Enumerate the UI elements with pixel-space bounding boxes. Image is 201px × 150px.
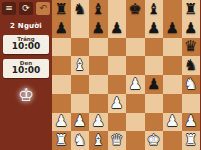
square-h1[interactable]: ♜ bbox=[182, 131, 201, 150]
square-c6[interactable] bbox=[89, 38, 108, 57]
refresh-button[interactable]: ⟳ bbox=[19, 2, 33, 15]
black-clock-time: 10:00 bbox=[3, 66, 49, 76]
square-d5[interactable] bbox=[108, 56, 127, 75]
piece-white-knight[interactable]: ♞ bbox=[184, 77, 197, 92]
square-e5[interactable] bbox=[126, 56, 145, 75]
piece-black-king[interactable]: ♚ bbox=[129, 2, 142, 17]
undo-icon: ↶ bbox=[39, 4, 47, 13]
square-a7[interactable]: ♟ bbox=[52, 19, 71, 38]
square-a5[interactable] bbox=[52, 56, 71, 75]
piece-white-queen[interactable]: ♛ bbox=[110, 133, 123, 148]
piece-white-pawn[interactable]: ♟ bbox=[184, 114, 197, 129]
square-f7[interactable]: ♟ bbox=[145, 19, 164, 38]
square-c1[interactable]: ♝ bbox=[89, 131, 108, 150]
hamburger-icon: ≡ bbox=[5, 4, 13, 13]
square-f2[interactable] bbox=[145, 113, 164, 132]
square-e1[interactable] bbox=[126, 131, 145, 150]
square-d6[interactable] bbox=[108, 38, 127, 57]
square-g2[interactable]: ♟ bbox=[163, 113, 182, 132]
square-f3[interactable] bbox=[145, 94, 164, 113]
sidebar: ≡ ⟳ ↶ 2 Người Trắng 10:00 Đen 10:00 ♔ bbox=[0, 0, 52, 150]
piece-black-knight[interactable]: ♞ bbox=[73, 2, 86, 17]
square-h3[interactable] bbox=[182, 94, 201, 113]
square-f1[interactable]: ♚ bbox=[145, 131, 164, 150]
square-g4[interactable] bbox=[163, 75, 182, 94]
square-d8[interactable] bbox=[108, 0, 127, 19]
game-mode-label: 2 Người bbox=[0, 22, 52, 30]
piece-black-bishop[interactable]: ♝ bbox=[147, 2, 160, 17]
piece-black-queen[interactable]: ♛ bbox=[184, 39, 197, 54]
square-h6[interactable]: ♛ bbox=[182, 38, 201, 57]
piece-black-knight[interactable]: ♞ bbox=[184, 58, 197, 73]
piece-white-pawn[interactable]: ♟ bbox=[110, 96, 123, 111]
square-d7[interactable]: ♟ bbox=[108, 19, 127, 38]
square-b4[interactable] bbox=[71, 75, 90, 94]
square-b1[interactable]: ♞ bbox=[71, 131, 90, 150]
piece-black-pawn[interactable]: ♟ bbox=[166, 21, 179, 36]
square-h8[interactable]: ♜ bbox=[182, 0, 201, 19]
square-h4[interactable]: ♞ bbox=[182, 75, 201, 94]
piece-white-bishop[interactable]: ♝ bbox=[73, 58, 86, 73]
square-g8[interactable] bbox=[163, 0, 182, 19]
square-c3[interactable] bbox=[89, 94, 108, 113]
square-b3[interactable] bbox=[71, 94, 90, 113]
piece-white-bishop[interactable]: ♝ bbox=[92, 133, 105, 148]
menu-button[interactable]: ≡ bbox=[2, 2, 16, 15]
piece-white-rook[interactable]: ♜ bbox=[184, 133, 197, 148]
square-e2[interactable] bbox=[126, 113, 145, 132]
square-g6[interactable] bbox=[163, 38, 182, 57]
square-c4[interactable] bbox=[89, 75, 108, 94]
square-b2[interactable]: ♟ bbox=[71, 113, 90, 132]
turn-indicator-king-icon: ♔ bbox=[0, 86, 52, 104]
square-b6[interactable] bbox=[71, 38, 90, 57]
square-f4[interactable]: ♟ bbox=[145, 75, 164, 94]
chess-board: ♜♞♝♚♝♜♟♟♟♟♟♟♛♝♞♟♟♞♟♟♟♟♟♟♜♞♝♛♚♜ bbox=[52, 0, 200, 150]
square-g1[interactable] bbox=[163, 131, 182, 150]
piece-black-pawn[interactable]: ♟ bbox=[92, 21, 105, 36]
square-e8[interactable]: ♚ bbox=[126, 0, 145, 19]
piece-black-pawn[interactable]: ♟ bbox=[55, 21, 68, 36]
square-a3[interactable] bbox=[52, 94, 71, 113]
square-a4[interactable] bbox=[52, 75, 71, 94]
square-f8[interactable]: ♝ bbox=[145, 0, 164, 19]
square-g5[interactable] bbox=[163, 56, 182, 75]
square-g3[interactable] bbox=[163, 94, 182, 113]
piece-white-king[interactable]: ♚ bbox=[147, 133, 160, 148]
piece-white-pawn[interactable]: ♟ bbox=[166, 114, 179, 129]
square-f5[interactable] bbox=[145, 56, 164, 75]
square-h5[interactable]: ♞ bbox=[182, 56, 201, 75]
piece-black-rook[interactable]: ♜ bbox=[55, 2, 68, 17]
piece-black-pawn[interactable]: ♟ bbox=[147, 77, 160, 92]
square-d3[interactable]: ♟ bbox=[108, 94, 127, 113]
white-clock-time: 10:00 bbox=[3, 42, 49, 52]
square-e4[interactable]: ♟ bbox=[126, 75, 145, 94]
square-c7[interactable]: ♟ bbox=[89, 19, 108, 38]
undo-button[interactable]: ↶ bbox=[36, 2, 50, 15]
square-f6[interactable] bbox=[145, 38, 164, 57]
black-clock: Đen 10:00 bbox=[3, 59, 49, 78]
refresh-icon: ⟳ bbox=[22, 4, 30, 13]
square-a1[interactable]: ♜ bbox=[52, 131, 71, 150]
square-a8[interactable]: ♜ bbox=[52, 0, 71, 19]
piece-black-rook[interactable]: ♜ bbox=[184, 2, 197, 17]
square-e7[interactable] bbox=[126, 19, 145, 38]
piece-white-pawn[interactable]: ♟ bbox=[55, 114, 68, 129]
square-c5[interactable] bbox=[89, 56, 108, 75]
piece-white-pawn[interactable]: ♟ bbox=[73, 114, 86, 129]
piece-black-pawn[interactable]: ♟ bbox=[110, 21, 123, 36]
square-a2[interactable]: ♟ bbox=[52, 113, 71, 132]
piece-white-knight[interactable]: ♞ bbox=[73, 133, 86, 148]
square-d1[interactable]: ♛ bbox=[108, 131, 127, 150]
square-d2[interactable] bbox=[108, 113, 127, 132]
piece-black-pawn[interactable]: ♟ bbox=[147, 21, 160, 36]
piece-white-pawn[interactable]: ♟ bbox=[92, 114, 105, 129]
square-h7[interactable]: ♟ bbox=[182, 19, 201, 38]
square-h2[interactable]: ♟ bbox=[182, 113, 201, 132]
square-b8[interactable]: ♞ bbox=[71, 0, 90, 19]
square-a6[interactable] bbox=[52, 38, 71, 57]
piece-black-pawn[interactable]: ♟ bbox=[184, 21, 197, 36]
piece-white-pawn[interactable]: ♟ bbox=[129, 77, 142, 92]
toolbar: ≡ ⟳ ↶ bbox=[0, 0, 52, 15]
piece-white-rook[interactable]: ♜ bbox=[55, 133, 68, 148]
square-g7[interactable]: ♟ bbox=[163, 19, 182, 38]
piece-black-bishop[interactable]: ♝ bbox=[92, 2, 105, 17]
square-c8[interactable]: ♝ bbox=[89, 0, 108, 19]
square-c2[interactable]: ♟ bbox=[89, 113, 108, 132]
white-clock: Trắng 10:00 bbox=[3, 35, 49, 54]
square-e3[interactable] bbox=[126, 94, 145, 113]
square-e6[interactable] bbox=[126, 38, 145, 57]
square-b5[interactable]: ♝ bbox=[71, 56, 90, 75]
square-d4[interactable] bbox=[108, 75, 127, 94]
square-b7[interactable] bbox=[71, 19, 90, 38]
